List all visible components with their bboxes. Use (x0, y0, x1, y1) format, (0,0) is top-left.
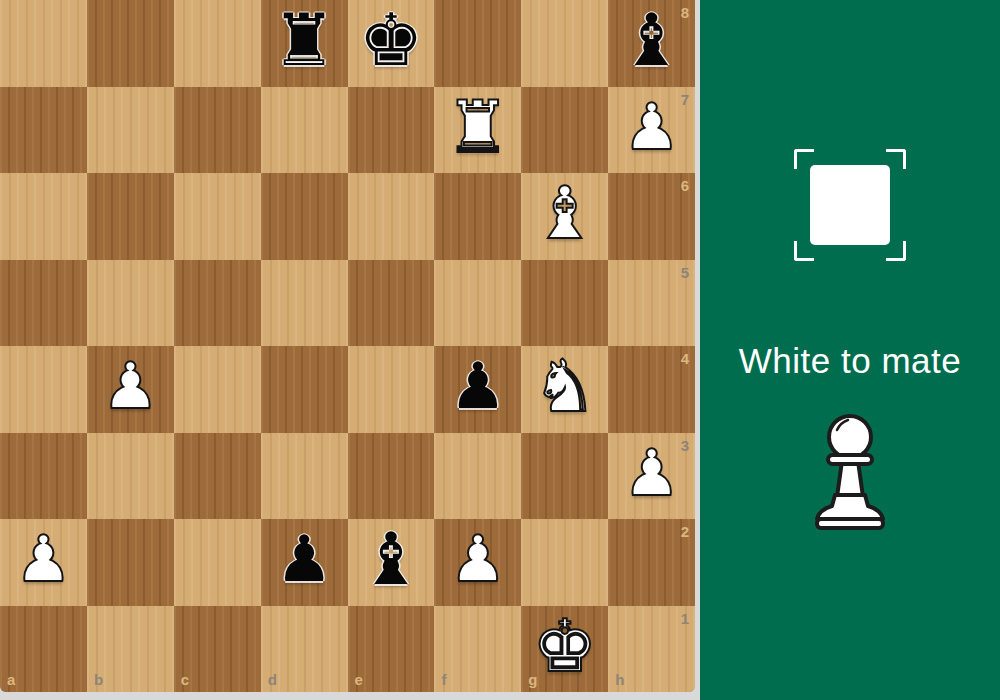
rank-label-7: 7 (681, 92, 689, 107)
square-a3[interactable] (0, 433, 87, 520)
square-e2[interactable]: ♝ (348, 519, 435, 606)
rank-label-6: 6 (681, 178, 689, 193)
square-b2[interactable] (87, 519, 174, 606)
square-c6[interactable] (174, 173, 261, 260)
white-pawn-h3[interactable]: ♟ (623, 441, 680, 505)
rank-label-2: 2 (681, 524, 689, 539)
white-pawn-h7[interactable]: ♟ (623, 95, 680, 159)
file-label-f: f (441, 672, 446, 687)
square-e4[interactable] (348, 346, 435, 433)
square-h5[interactable]: 5 (608, 260, 695, 347)
square-b4[interactable]: ♟ (87, 346, 174, 433)
square-g4[interactable]: ♞ (521, 346, 608, 433)
file-label-b: b (94, 672, 103, 687)
square-h2[interactable]: 2 (608, 519, 695, 606)
white-pawn-icon (804, 407, 896, 533)
square-h8[interactable]: ♝8 (608, 0, 695, 87)
file-label-d: d (268, 672, 277, 687)
square-e8[interactable]: ♚ (348, 0, 435, 87)
square-g7[interactable] (521, 87, 608, 174)
rank-label-3: 3 (681, 438, 689, 453)
square-g2[interactable] (521, 519, 608, 606)
prompt-text: White to mate (739, 341, 961, 381)
square-c7[interactable] (174, 87, 261, 174)
square-a6[interactable] (0, 173, 87, 260)
file-label-a: a (7, 672, 15, 687)
square-e1[interactable]: e (348, 606, 435, 693)
square-e3[interactable] (348, 433, 435, 520)
white-pawn-a2[interactable]: ♟ (15, 527, 72, 591)
square-g1[interactable]: ♚g (521, 606, 608, 693)
square-b3[interactable] (87, 433, 174, 520)
square-g6[interactable]: ♝ (521, 173, 608, 260)
scan-board-icon (794, 149, 906, 261)
square-d5[interactable] (261, 260, 348, 347)
white-rook-f7[interactable]: ♜ (446, 91, 511, 163)
square-f8[interactable] (434, 0, 521, 87)
square-a4[interactable] (0, 346, 87, 433)
checkerboard-glyph (810, 165, 890, 245)
square-d2[interactable]: ♟ (261, 519, 348, 606)
board-pane: ♜♚♝8♜♟7♝65♟♟♞4♟3♟♟♝♟2abcdef♚g1h (0, 0, 700, 700)
square-g5[interactable] (521, 260, 608, 347)
rank-label-1: 1 (681, 611, 689, 626)
square-h4[interactable]: 4 (608, 346, 695, 433)
square-e7[interactable] (348, 87, 435, 174)
square-c3[interactable] (174, 433, 261, 520)
square-g3[interactable] (521, 433, 608, 520)
black-pawn-d2[interactable]: ♟ (275, 527, 332, 591)
file-label-e: e (355, 672, 363, 687)
square-c4[interactable] (174, 346, 261, 433)
sidebar: White to mate (700, 0, 1000, 700)
square-f7[interactable]: ♜ (434, 87, 521, 174)
rank-label-8: 8 (681, 5, 689, 20)
file-label-h: h (615, 672, 624, 687)
square-h6[interactable]: 6 (608, 173, 695, 260)
square-h1[interactable]: 1h (608, 606, 695, 693)
black-pawn-f4[interactable]: ♟ (449, 354, 506, 418)
rank-label-4: 4 (681, 351, 689, 366)
square-g8[interactable] (521, 0, 608, 87)
square-a1[interactable]: a (0, 606, 87, 693)
square-a7[interactable] (0, 87, 87, 174)
file-label-c: c (181, 672, 189, 687)
square-f5[interactable] (434, 260, 521, 347)
square-c1[interactable]: c (174, 606, 261, 693)
square-d1[interactable]: d (261, 606, 348, 693)
black-rook-d8[interactable]: ♜ (272, 4, 337, 76)
square-d6[interactable] (261, 173, 348, 260)
square-b8[interactable] (87, 0, 174, 87)
square-a5[interactable] (0, 260, 87, 347)
square-f6[interactable] (434, 173, 521, 260)
square-b6[interactable] (87, 173, 174, 260)
file-label-g: g (528, 672, 537, 687)
square-a8[interactable] (0, 0, 87, 87)
square-b1[interactable]: b (87, 606, 174, 693)
square-d8[interactable]: ♜ (261, 0, 348, 87)
square-f4[interactable]: ♟ (434, 346, 521, 433)
white-king-g1[interactable]: ♚ (532, 610, 597, 682)
square-h3[interactable]: ♟3 (608, 433, 695, 520)
square-f3[interactable] (434, 433, 521, 520)
square-c5[interactable] (174, 260, 261, 347)
square-a2[interactable]: ♟ (0, 519, 87, 606)
square-c8[interactable] (174, 0, 261, 87)
black-king-e8[interactable]: ♚ (359, 4, 424, 76)
chess-board[interactable]: ♜♚♝8♜♟7♝65♟♟♞4♟3♟♟♝♟2abcdef♚g1h (0, 0, 695, 692)
square-b7[interactable] (87, 87, 174, 174)
rank-label-5: 5 (681, 265, 689, 280)
white-pawn-f2[interactable]: ♟ (449, 527, 506, 591)
bracket-bottom-right (886, 241, 906, 261)
square-f2[interactable]: ♟ (434, 519, 521, 606)
white-knight-g4[interactable]: ♞ (532, 350, 597, 422)
white-bishop-g6[interactable]: ♝ (532, 177, 597, 249)
square-e6[interactable] (348, 173, 435, 260)
square-c2[interactable] (174, 519, 261, 606)
black-bishop-h8[interactable]: ♝ (619, 4, 684, 76)
square-d4[interactable] (261, 346, 348, 433)
square-d7[interactable] (261, 87, 348, 174)
black-bishop-e2[interactable]: ♝ (359, 523, 424, 595)
square-d3[interactable] (261, 433, 348, 520)
square-f1[interactable]: f (434, 606, 521, 693)
white-pawn-b4[interactable]: ♟ (102, 354, 159, 418)
square-e5[interactable] (348, 260, 435, 347)
square-b5[interactable] (87, 260, 174, 347)
square-h7[interactable]: ♟7 (608, 87, 695, 174)
